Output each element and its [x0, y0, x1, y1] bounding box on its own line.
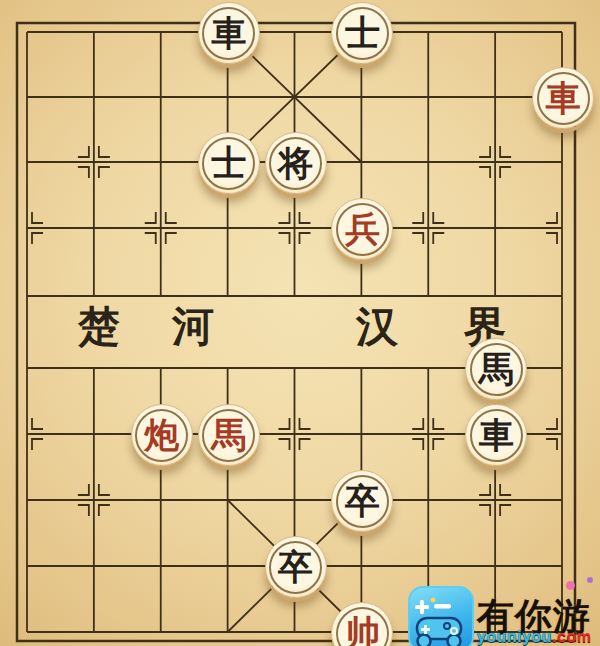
red-general-glyph: 帅: [345, 615, 380, 646]
red-soldier-disc[interactable]: 兵: [331, 198, 393, 260]
black-soldier-glyph: 卒: [278, 549, 313, 584]
black-chariot-disc[interactable]: 車: [465, 404, 527, 466]
black-chariot-disc[interactable]: 車: [198, 2, 260, 64]
gamepad-icon: [408, 586, 474, 646]
black-soldier-disc[interactable]: 卒: [265, 536, 327, 598]
black-horse-disc[interactable]: 馬: [465, 338, 527, 400]
black-general-disc[interactable]: 将: [265, 132, 327, 194]
black-chariot-glyph: 車: [479, 417, 514, 452]
pieces-layer: 車士車士将兵馬炮馬車卒卒帅: [27, 32, 562, 632]
red-chariot-glyph: 車: [546, 80, 581, 115]
red-cannon-glyph: 炮: [144, 417, 179, 452]
black-soldier-glyph: 卒: [345, 483, 380, 518]
decor-dot-violet: [587, 577, 593, 583]
red-horse-glyph: 馬: [211, 417, 246, 452]
watermark-url-main: youniyou: [477, 628, 552, 645]
black-general-glyph: 将: [278, 145, 313, 180]
black-chariot-glyph: 車: [211, 15, 246, 50]
black-horse-glyph: 馬: [479, 351, 514, 386]
black-soldier-disc[interactable]: 卒: [331, 470, 393, 532]
black-advisor-glyph: 士: [345, 15, 380, 50]
black-advisor-glyph: 士: [211, 145, 246, 180]
watermark-site-url: youniyou.com: [477, 628, 591, 646]
red-soldier-glyph: 兵: [345, 211, 380, 246]
red-general-disc[interactable]: 帅: [331, 602, 393, 646]
decor-dot-pink: [566, 581, 575, 590]
red-horse-disc[interactable]: 馬: [198, 404, 260, 466]
red-cannon-disc[interactable]: 炮: [131, 404, 193, 466]
watermark-url-tld: .com: [552, 628, 591, 645]
xiangqi-screenshot: 楚河 汉界 車士車士将兵馬炮馬車卒卒帅 有你游 youniyou.com: [0, 0, 600, 646]
black-advisor-disc[interactable]: 士: [331, 2, 393, 64]
red-chariot-disc[interactable]: 車: [532, 67, 594, 129]
black-advisor-disc[interactable]: 士: [198, 132, 260, 194]
